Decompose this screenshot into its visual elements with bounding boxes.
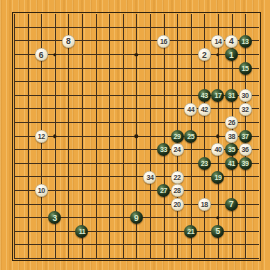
stone-black-43: 43: [198, 89, 211, 102]
stone-black-21: 21: [184, 225, 197, 238]
stone-white-8: 8: [62, 35, 75, 48]
go-board[interactable]: 1234567891011121314151617181920212223242…: [0, 0, 270, 270]
stone-black-25: 25: [184, 130, 197, 143]
stone-white-18: 18: [198, 198, 211, 211]
stone-white-44: 44: [184, 103, 197, 116]
stone-black-23: 23: [198, 157, 211, 170]
stone-black-35: 35: [225, 143, 238, 156]
stone-black-15: 15: [239, 62, 252, 75]
stone-white-30: 30: [239, 89, 252, 102]
stone-black-11: 11: [75, 225, 88, 238]
stone-white-12: 12: [35, 130, 48, 143]
stone-white-2: 2: [198, 48, 211, 61]
stone-white-42: 42: [198, 103, 211, 116]
stone-white-14: 14: [211, 35, 224, 48]
stone-black-17: 17: [211, 89, 224, 102]
stone-black-3: 3: [48, 211, 61, 224]
stone-white-24: 24: [171, 143, 184, 156]
stone-black-31: 31: [225, 89, 238, 102]
stone-black-37: 37: [239, 130, 252, 143]
stone-black-5: 5: [211, 225, 224, 238]
stone-white-26: 26: [225, 116, 238, 129]
stone-black-13: 13: [239, 35, 252, 48]
stone-white-10: 10: [35, 184, 48, 197]
stone-black-7: 7: [225, 198, 238, 211]
stone-black-19: 19: [211, 171, 224, 184]
stone-white-4: 4: [225, 35, 238, 48]
stone-black-39: 39: [239, 157, 252, 170]
stone-black-41: 41: [225, 157, 238, 170]
stone-white-38: 38: [225, 130, 238, 143]
stone-black-33: 33: [157, 143, 170, 156]
stone-white-34: 34: [143, 171, 156, 184]
stones-layer: 1234567891011121314151617181920212223242…: [7, 7, 265, 265]
stone-white-40: 40: [211, 143, 224, 156]
stone-black-9: 9: [130, 211, 143, 224]
stone-white-22: 22: [171, 171, 184, 184]
stone-white-16: 16: [157, 35, 170, 48]
stone-white-36: 36: [239, 143, 252, 156]
stone-white-6: 6: [35, 48, 48, 61]
stone-black-27: 27: [157, 184, 170, 197]
stone-white-32: 32: [239, 103, 252, 116]
stone-black-29: 29: [171, 130, 184, 143]
stone-white-20: 20: [171, 198, 184, 211]
stone-black-1: 1: [225, 48, 238, 61]
stone-white-28: 28: [171, 184, 184, 197]
